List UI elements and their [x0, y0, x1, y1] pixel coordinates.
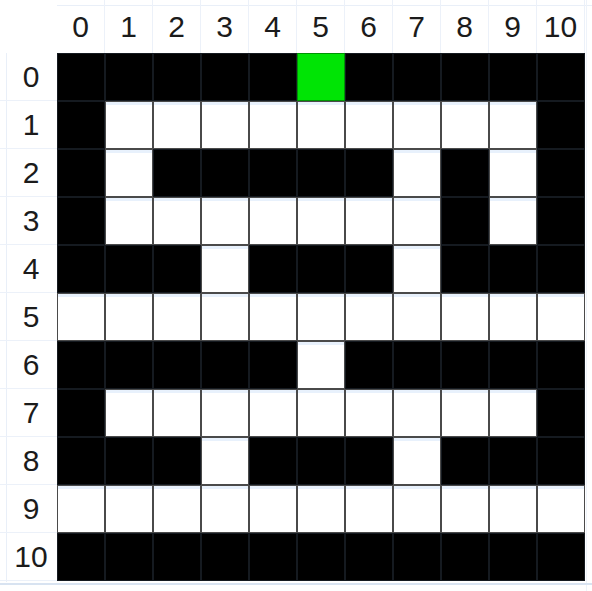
maze-cell-wall-r4c4 [249, 245, 297, 293]
maze-cell-wall-r4c0 [57, 245, 105, 293]
maze-cell-open-r7c1 [105, 389, 153, 437]
maze-cell-open-r5c3 [201, 293, 249, 341]
maze-cell-open-r7c5 [297, 389, 345, 437]
maze-cell-open-r1c5 [297, 101, 345, 149]
maze-cell-wall-r6c8 [441, 341, 489, 389]
row-header-1: 1 [0, 101, 57, 149]
maze-cell-wall-r10c8 [441, 533, 489, 581]
maze-cell-open-r9c5 [297, 485, 345, 533]
maze-cell-wall-r2c10 [537, 149, 585, 197]
maze-cell-open-r9c8 [441, 485, 489, 533]
maze-cell-wall-r8c5 [297, 437, 345, 485]
maze-cell-wall-r10c7 [393, 533, 441, 581]
maze-cell-wall-r10c9 [489, 533, 537, 581]
maze-cell-open-r4c7 [393, 245, 441, 293]
maze-cell-open-r1c6 [345, 101, 393, 149]
maze-cell-wall-r10c2 [153, 533, 201, 581]
maze-cell-wall-r10c6 [345, 533, 393, 581]
maze-cell-wall-r0c0 [57, 53, 105, 101]
row-header-0: 0 [0, 53, 57, 101]
maze-cell-open-r5c9 [489, 293, 537, 341]
maze-cell-wall-r2c3 [201, 149, 249, 197]
row-header-4: 4 [0, 245, 57, 293]
maze-cell-wall-r6c2 [153, 341, 201, 389]
maze-cell-open-r1c2 [153, 101, 201, 149]
column-header-0: 0 [57, 0, 105, 53]
maze-cell-wall-r0c3 [201, 53, 249, 101]
maze-cell-start-r0c5 [297, 53, 345, 101]
column-header-6: 6 [345, 0, 393, 53]
maze-cell-open-r5c1 [105, 293, 153, 341]
maze-cell-wall-r4c10 [537, 245, 585, 293]
maze-cell-open-r9c1 [105, 485, 153, 533]
maze-cell-wall-r6c1 [105, 341, 153, 389]
maze-cell-open-r8c3 [201, 437, 249, 485]
maze-cell-wall-r2c8 [441, 149, 489, 197]
column-header-9: 9 [489, 0, 537, 53]
maze-cell-open-r1c3 [201, 101, 249, 149]
maze-cell-open-r3c4 [249, 197, 297, 245]
column-header-4: 4 [249, 0, 297, 53]
maze-cell-open-r9c2 [153, 485, 201, 533]
maze-cell-open-r9c6 [345, 485, 393, 533]
maze-cell-open-r7c8 [441, 389, 489, 437]
maze-cell-wall-r10c0 [57, 533, 105, 581]
maze-cell-wall-r0c6 [345, 53, 393, 101]
maze-cell-wall-r10c3 [201, 533, 249, 581]
maze-cell-open-r1c4 [249, 101, 297, 149]
maze-cell-open-r9c10 [537, 485, 585, 533]
maze-cell-wall-r4c5 [297, 245, 345, 293]
maze-cell-open-r8c7 [393, 437, 441, 485]
maze-cell-wall-r8c1 [105, 437, 153, 485]
maze-sheet: 012345678910 012345678910 [0, 0, 592, 591]
maze-cell-open-r7c4 [249, 389, 297, 437]
maze-cell-wall-r0c7 [393, 53, 441, 101]
maze-cell-open-r1c9 [489, 101, 537, 149]
maze-cell-wall-r4c1 [105, 245, 153, 293]
maze-cell-open-r7c9 [489, 389, 537, 437]
maze-cell-wall-r0c4 [249, 53, 297, 101]
maze-cell-wall-r8c4 [249, 437, 297, 485]
maze-cell-wall-r6c6 [345, 341, 393, 389]
maze-cell-open-r7c6 [345, 389, 393, 437]
maze-cell-wall-r0c9 [489, 53, 537, 101]
maze-cell-open-r5c5 [297, 293, 345, 341]
maze-cell-open-r6c5 [297, 341, 345, 389]
maze-cell-open-r9c0 [57, 485, 105, 533]
maze-cell-wall-r10c5 [297, 533, 345, 581]
maze-cell-wall-r6c7 [393, 341, 441, 389]
row-header-2: 2 [0, 149, 57, 197]
maze-cell-wall-r10c1 [105, 533, 153, 581]
maze-cell-open-r5c7 [393, 293, 441, 341]
maze-cell-open-r3c7 [393, 197, 441, 245]
column-header-5: 5 [297, 0, 345, 53]
maze-cell-open-r1c7 [393, 101, 441, 149]
maze-cell-open-r2c9 [489, 149, 537, 197]
maze-cell-wall-r6c4 [249, 341, 297, 389]
maze-cell-open-r2c1 [105, 149, 153, 197]
row-header-3: 3 [0, 197, 57, 245]
maze-cell-open-r5c4 [249, 293, 297, 341]
maze-cell-wall-r2c4 [249, 149, 297, 197]
maze-cell-wall-r4c6 [345, 245, 393, 293]
column-header-2: 2 [153, 0, 201, 53]
maze-cell-open-r5c6 [345, 293, 393, 341]
maze-cell-wall-r4c2 [153, 245, 201, 293]
maze-cell-open-r5c2 [153, 293, 201, 341]
maze-cell-open-r1c1 [105, 101, 153, 149]
maze-cell-wall-r3c8 [441, 197, 489, 245]
maze-cell-wall-r1c10 [537, 101, 585, 149]
maze-cell-wall-r3c0 [57, 197, 105, 245]
column-header-7: 7 [393, 0, 441, 53]
maze-cell-open-r1c8 [441, 101, 489, 149]
sheet-gridline-right [586, 0, 587, 591]
maze-cell-open-r7c3 [201, 389, 249, 437]
maze-cell-open-r3c1 [105, 197, 153, 245]
maze-cell-open-r5c10 [537, 293, 585, 341]
maze-cell-open-r9c7 [393, 485, 441, 533]
maze-cell-wall-r2c0 [57, 149, 105, 197]
maze-cell-wall-r1c0 [57, 101, 105, 149]
maze-cell-open-r4c3 [201, 245, 249, 293]
maze-cell-wall-r7c0 [57, 389, 105, 437]
maze-cell-wall-r8c0 [57, 437, 105, 485]
row-header-5: 5 [0, 293, 57, 341]
maze-cell-wall-r2c2 [153, 149, 201, 197]
row-header-10: 10 [0, 533, 57, 581]
maze-cell-wall-r6c0 [57, 341, 105, 389]
sheet-gridline-bottom [0, 583, 592, 585]
maze-cell-open-r3c2 [153, 197, 201, 245]
maze-cell-open-r7c7 [393, 389, 441, 437]
maze-cell-wall-r8c6 [345, 437, 393, 485]
maze-cell-wall-r4c8 [441, 245, 489, 293]
row-header-6: 6 [0, 341, 57, 389]
maze-cell-open-r5c8 [441, 293, 489, 341]
corner-spacer [0, 0, 57, 53]
maze-cell-wall-r0c10 [537, 53, 585, 101]
maze-cell-open-r3c9 [489, 197, 537, 245]
maze-cell-open-r2c7 [393, 149, 441, 197]
maze-cell-wall-r7c10 [537, 389, 585, 437]
column-header-row: 012345678910 [57, 0, 585, 53]
maze-cell-wall-r8c9 [489, 437, 537, 485]
maze-cell-wall-r2c5 [297, 149, 345, 197]
column-header-10: 10 [537, 0, 585, 53]
maze-cell-open-r9c4 [249, 485, 297, 533]
maze-cell-wall-r8c2 [153, 437, 201, 485]
maze-cell-wall-r6c9 [489, 341, 537, 389]
maze-cell-wall-r0c2 [153, 53, 201, 101]
maze-cell-wall-r6c3 [201, 341, 249, 389]
column-header-8: 8 [441, 0, 489, 53]
maze-cell-wall-r10c4 [249, 533, 297, 581]
row-header-8: 8 [0, 437, 57, 485]
maze-cell-open-r3c3 [201, 197, 249, 245]
maze-cell-wall-r10c10 [537, 533, 585, 581]
maze-cell-wall-r0c8 [441, 53, 489, 101]
maze-cell-open-r9c9 [489, 485, 537, 533]
column-header-3: 3 [201, 0, 249, 53]
column-header-1: 1 [105, 0, 153, 53]
maze-cell-wall-r3c10 [537, 197, 585, 245]
row-header-7: 7 [0, 389, 57, 437]
maze-cell-open-r7c2 [153, 389, 201, 437]
maze-cell-wall-r8c10 [537, 437, 585, 485]
maze-cell-open-r3c5 [297, 197, 345, 245]
maze-cell-open-r9c3 [201, 485, 249, 533]
maze-cell-wall-r8c8 [441, 437, 489, 485]
maze-cell-wall-r6c10 [537, 341, 585, 389]
maze-cell-wall-r2c6 [345, 149, 393, 197]
row-header-9: 9 [0, 485, 57, 533]
row-header-column: 012345678910 [0, 53, 57, 581]
maze-cell-wall-r4c9 [489, 245, 537, 293]
maze-grid [57, 53, 585, 581]
maze-cell-open-r3c6 [345, 197, 393, 245]
maze-cell-wall-r0c1 [105, 53, 153, 101]
maze-cell-open-r5c0 [57, 293, 105, 341]
